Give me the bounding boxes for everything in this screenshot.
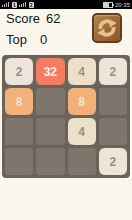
cell-r2-c4 bbox=[99, 88, 127, 115]
sim2-badge: 2 bbox=[29, 2, 34, 8]
cell-r3-c1 bbox=[5, 118, 33, 145]
cell-r2-c3: 8 bbox=[68, 88, 96, 115]
cell-r4-c3 bbox=[68, 148, 96, 175]
signal-bars-icon-sim1 bbox=[2, 2, 10, 7]
tile-8: 8 bbox=[5, 88, 33, 115]
tile-4: 4 bbox=[68, 58, 96, 85]
cell-r2-c2 bbox=[36, 88, 64, 115]
top-score-display: Top 0 bbox=[6, 32, 27, 47]
cell-r1-c3: 4 bbox=[68, 58, 96, 85]
sim1-badge: 1 bbox=[12, 2, 17, 8]
tile-32: 32 bbox=[36, 58, 64, 85]
cell-r3-c3: 4 bbox=[68, 118, 96, 145]
tile-2: 2 bbox=[99, 148, 127, 175]
cell-r4-c1 bbox=[5, 148, 33, 175]
app-screen: 1 2 20:35 Score 62 Top 0 232428842 bbox=[0, 0, 132, 220]
tile-2: 2 bbox=[99, 58, 127, 85]
tile-8: 8 bbox=[68, 88, 96, 115]
signal-bars-icon-sim2 bbox=[19, 2, 27, 7]
battery-icon bbox=[103, 2, 113, 8]
cell-r4-c2 bbox=[36, 148, 64, 175]
refresh-icon bbox=[96, 17, 118, 39]
score-value: 62 bbox=[46, 11, 60, 26]
cell-r3-c2 bbox=[36, 118, 64, 145]
cell-r1-c2: 32 bbox=[36, 58, 64, 85]
score-display: Score 62 bbox=[6, 11, 60, 26]
cell-r4-c4: 2 bbox=[99, 148, 127, 175]
tile-2: 2 bbox=[5, 58, 33, 85]
top-value: 0 bbox=[40, 32, 47, 47]
status-bar: 1 2 20:35 bbox=[0, 0, 132, 9]
score-label: Score bbox=[6, 11, 40, 26]
restart-button[interactable] bbox=[92, 13, 122, 43]
cell-r3-c4 bbox=[99, 118, 127, 145]
tile-4: 4 bbox=[68, 118, 96, 145]
cell-r1-c1: 2 bbox=[5, 58, 33, 85]
cell-r1-c4: 2 bbox=[99, 58, 127, 85]
game-board[interactable]: 232428842 bbox=[2, 55, 130, 178]
top-label: Top bbox=[6, 32, 27, 47]
cell-r2-c1: 8 bbox=[5, 88, 33, 115]
status-clock: 20:35 bbox=[115, 2, 130, 8]
